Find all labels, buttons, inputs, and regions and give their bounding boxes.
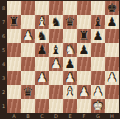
file-label-d: D <box>49 113 63 119</box>
square-h8[interactable]: ♚ <box>105 1 119 15</box>
white-pawn: ♟ <box>65 71 76 85</box>
chess-board: ♚♜♝♞♛♝♟♟♞♜♟♟♝♞♟♟♟♟♟♟♛♝♟♟♚ <box>7 1 119 113</box>
square-e2[interactable]: ♝ <box>63 85 77 99</box>
square-b8[interactable] <box>21 1 35 15</box>
square-a3[interactable] <box>7 71 21 85</box>
black-bishop: ♝ <box>51 43 62 57</box>
square-f8[interactable] <box>77 1 91 15</box>
square-f7[interactable] <box>77 15 91 29</box>
square-g4[interactable] <box>91 57 105 71</box>
black-pawn: ♟ <box>65 57 76 71</box>
square-e8[interactable] <box>63 1 77 15</box>
square-a7[interactable]: ♜ <box>7 15 21 29</box>
square-h3[interactable]: ♟ <box>105 71 119 85</box>
square-a2[interactable] <box>7 85 21 99</box>
black-pawn: ♟ <box>107 15 118 29</box>
white-pawn: ♟ <box>93 85 104 99</box>
square-c7[interactable]: ♝ <box>35 15 49 29</box>
rank-labels: 87654321 <box>0 0 7 119</box>
square-c8[interactable] <box>35 1 49 15</box>
square-b6[interactable]: ♟ <box>21 29 35 43</box>
white-pawn: ♟ <box>107 71 118 85</box>
square-e1[interactable] <box>63 99 77 113</box>
chess-board-frame: 87654321 ♚♜♝♞♛♝♟♟♞♜♟♟♝♞♟♟♟♟♟♟♛♝♟♟♚ ABCDE… <box>0 0 120 119</box>
square-f4[interactable] <box>77 57 91 71</box>
white-bishop: ♝ <box>37 15 48 29</box>
square-g6[interactable]: ♟ <box>91 29 105 43</box>
square-c4[interactable] <box>35 57 49 71</box>
square-c6[interactable]: ♞ <box>35 29 49 43</box>
square-d3[interactable] <box>49 71 63 85</box>
square-g2[interactable]: ♟ <box>91 85 105 99</box>
square-g8[interactable] <box>91 1 105 15</box>
square-c5[interactable]: ♟ <box>35 43 49 57</box>
square-h1[interactable] <box>105 99 119 113</box>
square-g5[interactable] <box>91 43 105 57</box>
file-label-b: B <box>21 113 35 119</box>
white-bishop: ♝ <box>65 85 76 99</box>
file-labels: ABCDEFGH <box>7 113 119 119</box>
square-h7[interactable]: ♟ <box>105 15 119 29</box>
black-knight: ♞ <box>51 15 62 29</box>
square-d2[interactable] <box>49 85 63 99</box>
rank-label-4: 4 <box>0 57 7 71</box>
square-d4[interactable]: ♟ <box>49 57 63 71</box>
black-knight: ♞ <box>37 29 48 43</box>
file-label-a: A <box>7 113 21 119</box>
square-f1[interactable] <box>77 99 91 113</box>
rank-label-6: 6 <box>0 29 7 43</box>
file-label-h: H <box>105 113 119 119</box>
black-queen: ♛ <box>65 15 76 29</box>
white-pawn: ♟ <box>79 85 90 99</box>
rank-label-3: 3 <box>0 71 7 85</box>
square-h6[interactable] <box>105 29 119 43</box>
square-b1[interactable] <box>21 99 35 113</box>
square-h4[interactable] <box>105 57 119 71</box>
square-h5[interactable] <box>105 43 119 57</box>
square-a1[interactable] <box>7 99 21 113</box>
black-pawn: ♟ <box>37 43 48 57</box>
square-d6[interactable] <box>49 29 63 43</box>
square-e5[interactable]: ♞ <box>63 43 77 57</box>
rank-label-2: 2 <box>0 85 7 99</box>
square-g3[interactable] <box>91 71 105 85</box>
rank-label-5: 5 <box>0 43 7 57</box>
square-e6[interactable] <box>63 29 77 43</box>
square-f6[interactable]: ♜ <box>77 29 91 43</box>
square-a4[interactable] <box>7 57 21 71</box>
rank-label-8: 8 <box>0 1 7 15</box>
square-a8[interactable] <box>7 1 21 15</box>
square-e7[interactable]: ♛ <box>63 15 77 29</box>
square-d1[interactable] <box>49 99 63 113</box>
square-a6[interactable] <box>7 29 21 43</box>
square-c3[interactable]: ♟ <box>35 71 49 85</box>
black-pawn: ♟ <box>93 29 104 43</box>
square-f5[interactable]: ♟ <box>77 43 91 57</box>
black-king: ♚ <box>107 1 118 15</box>
square-c1[interactable] <box>35 99 49 113</box>
square-b4[interactable] <box>21 57 35 71</box>
square-h2[interactable] <box>105 85 119 99</box>
rank-label-1: 1 <box>0 99 7 113</box>
white-knight: ♞ <box>65 43 76 57</box>
file-label-f: F <box>77 113 91 119</box>
rank-label-7: 7 <box>0 15 7 29</box>
file-label-c: C <box>35 113 49 119</box>
white-king: ♚ <box>93 99 104 113</box>
black-queen: ♛ <box>23 85 34 99</box>
square-d5[interactable]: ♝ <box>49 43 63 57</box>
black-rook: ♜ <box>9 15 20 29</box>
square-b3[interactable] <box>21 71 35 85</box>
black-pawn: ♟ <box>79 43 90 57</box>
black-bishop: ♝ <box>93 15 104 29</box>
square-d7[interactable]: ♞ <box>49 15 63 29</box>
square-b7[interactable] <box>21 15 35 29</box>
square-e3[interactable]: ♟ <box>63 71 77 85</box>
square-b2[interactable]: ♛ <box>21 85 35 99</box>
square-e4[interactable]: ♟ <box>63 57 77 71</box>
black-rook: ♜ <box>79 29 90 43</box>
square-d8[interactable] <box>49 1 63 15</box>
white-pawn: ♟ <box>23 29 34 43</box>
square-f3[interactable] <box>77 71 91 85</box>
square-c2[interactable] <box>35 85 49 99</box>
file-label-e: E <box>63 113 77 119</box>
square-g7[interactable]: ♝ <box>91 15 105 29</box>
white-pawn: ♟ <box>51 57 62 71</box>
square-g1[interactable]: ♚ <box>91 99 105 113</box>
square-f2[interactable]: ♟ <box>77 85 91 99</box>
white-pawn: ♟ <box>37 71 48 85</box>
square-a5[interactable] <box>7 43 21 57</box>
file-label-g: G <box>91 113 105 119</box>
square-b5[interactable] <box>21 43 35 57</box>
